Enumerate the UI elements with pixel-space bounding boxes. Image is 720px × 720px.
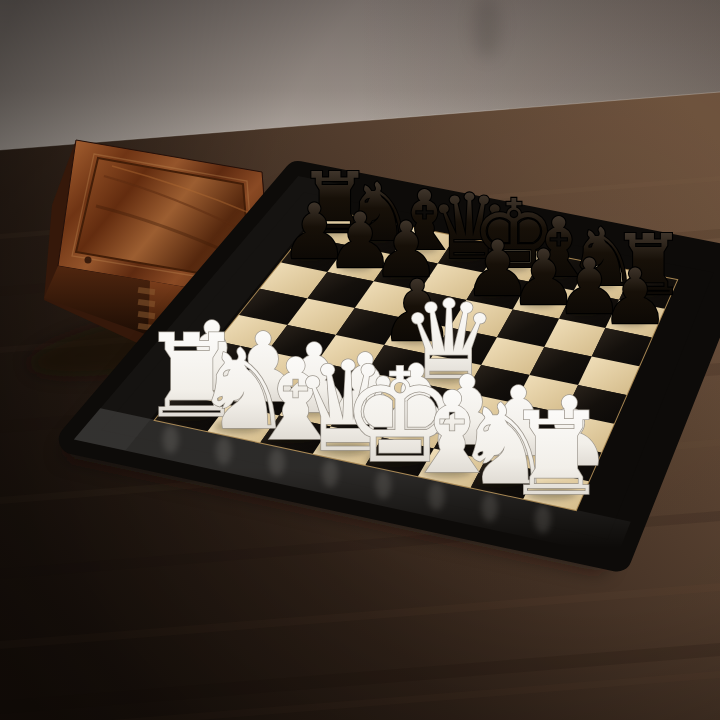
white-rook-h1: ♜: [505, 387, 608, 521]
black-pawn-h7: ♟: [601, 252, 669, 341]
chess-set-photo: ♜♞♝♛♚♝♞♜♟♟♟♟♟♟♟♟♛♟♟♟♟♟♟♟♟♜♞♝♛♚♝♞♜: [0, 0, 720, 720]
storage-box-knot: [85, 257, 92, 264]
scene-canvas: ♜♞♝♛♚♝♞♜♟♟♟♟♟♟♟♟♛♟♟♟♟♟♟♟♟♜♞♝♛♚♝♞♜: [0, 0, 720, 720]
